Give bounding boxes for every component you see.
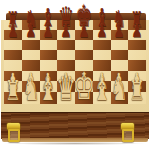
square-c7: ♟: [40, 30, 58, 40]
piece-black-pawn-h7: ♟: [132, 22, 143, 41]
chess-set-photo: ♜♞♝♛♚♝♞♜♟♟♟♟♟♟♟♟♟♟♟♟♟♟♟♟♜♞♝♛♚♝♞♜: [0, 0, 150, 150]
piece-black-pawn-e7: ♟: [78, 22, 89, 41]
square-e6: [75, 40, 93, 50]
piece-black-pawn-b7: ♟: [25, 22, 36, 41]
piece-white-knight-g1: ♞: [111, 75, 128, 105]
box-shadow: [4, 142, 146, 145]
brass-latch-right: [120, 123, 135, 142]
brass-latch-left: [6, 123, 21, 142]
piece-white-bishop-f1: ♝: [93, 73, 111, 105]
square-d7: ♟: [57, 30, 75, 40]
piece-white-rook-h1: ♜: [129, 78, 145, 105]
piece-black-pawn-f7: ♟: [96, 22, 107, 41]
piece-white-king-e1: ♚: [73, 68, 94, 105]
square-g5: [111, 50, 129, 60]
board-frame: ♜♞♝♛♚♝♞♜♟♟♟♟♟♟♟♟♟♟♟♟♟♟♟♟♜♞♝♛♚♝♞♜: [1, 20, 149, 112]
square-f7: ♟: [93, 30, 111, 40]
latch-hasp-icon: [8, 129, 20, 142]
square-h7: ♟: [128, 30, 146, 40]
square-g1: ♞: [111, 92, 129, 104]
square-g6: [111, 40, 129, 50]
square-a5: [4, 50, 22, 60]
square-f5: [93, 50, 111, 60]
piece-black-pawn-g7: ♟: [114, 22, 125, 41]
piece-white-knight-b1: ♞: [22, 75, 39, 105]
square-h5: [128, 50, 146, 60]
piece-white-rook-a1: ♜: [5, 78, 21, 105]
square-a1: ♜: [4, 92, 22, 104]
square-b5: [22, 50, 40, 60]
piece-white-bishop-c1: ♝: [39, 73, 57, 105]
square-e7: ♟: [75, 30, 93, 40]
square-e5: [75, 50, 93, 60]
square-c1: ♝: [40, 92, 58, 104]
square-g7: ♟: [111, 30, 129, 40]
square-b7: ♟: [22, 30, 40, 40]
piece-black-pawn-a7: ♟: [7, 22, 18, 41]
square-d6: [57, 40, 75, 50]
square-h6: [128, 40, 146, 50]
square-e1: ♚: [75, 92, 93, 104]
board-grid: ♜♞♝♛♚♝♞♜♟♟♟♟♟♟♟♟♟♟♟♟♟♟♟♟♜♞♝♛♚♝♞♜: [4, 20, 146, 104]
square-h1: ♜: [128, 92, 146, 104]
square-d5: [57, 50, 75, 60]
square-a6: [4, 40, 22, 50]
square-f6: [93, 40, 111, 50]
square-c6: [40, 40, 58, 50]
latch-hasp-icon: [122, 129, 134, 142]
square-b1: ♞: [22, 92, 40, 104]
square-f1: ♝: [93, 92, 111, 104]
square-c5: [40, 50, 58, 60]
piece-black-pawn-d7: ♟: [61, 22, 72, 41]
square-a7: ♟: [4, 30, 22, 40]
square-b6: [22, 40, 40, 50]
piece-black-pawn-c7: ♟: [43, 22, 54, 41]
